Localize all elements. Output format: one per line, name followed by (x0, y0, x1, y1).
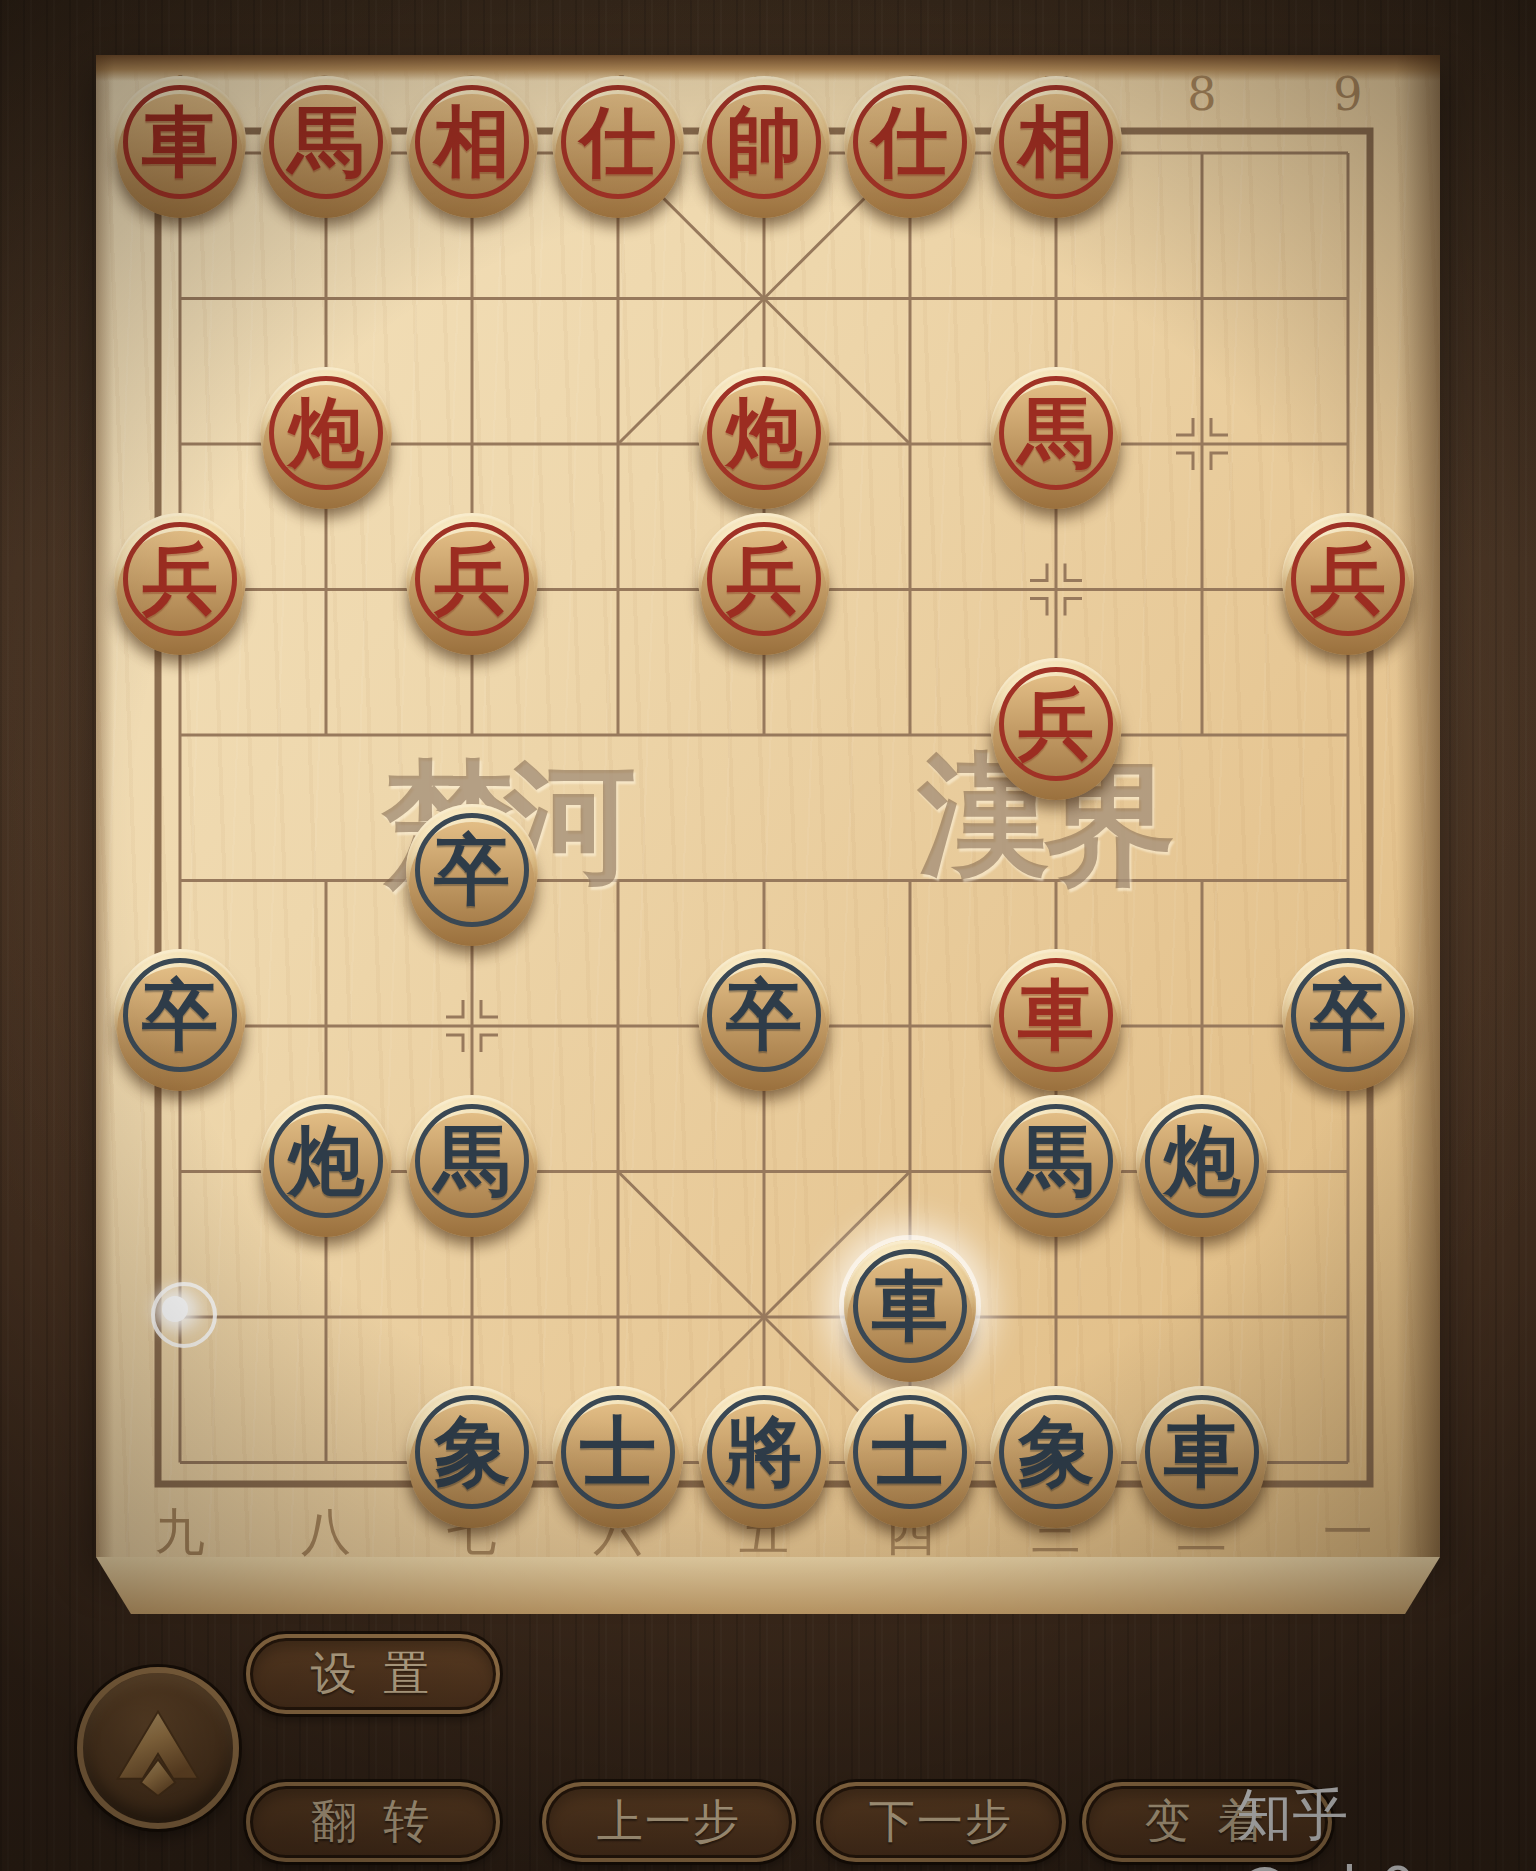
piece-character: 車 (1164, 1414, 1240, 1490)
piece-character: 炮 (726, 395, 802, 471)
black-馬-piece[interactable]: 馬 (406, 1095, 538, 1227)
piece-character: 仕 (872, 104, 948, 180)
black-象-piece[interactable]: 象 (990, 1386, 1122, 1518)
black-車-piece[interactable]: 車 (844, 1240, 976, 1372)
next-move-button-label: 下一步 (869, 1791, 1013, 1853)
next-move-button[interactable]: 下一步 (816, 1782, 1066, 1862)
piece-character: 仕 (580, 104, 656, 180)
black-士-piece[interactable]: 士 (844, 1386, 976, 1518)
piece-character: 炮 (288, 395, 364, 471)
black-象-piece[interactable]: 象 (406, 1386, 538, 1518)
red-兵-piece[interactable]: 兵 (406, 513, 538, 645)
red-兵-piece[interactable]: 兵 (1282, 513, 1414, 645)
black-車-piece[interactable]: 車 (1136, 1386, 1268, 1518)
piece-character: 將 (726, 1414, 802, 1490)
settings-button[interactable]: 设 置 (246, 1634, 500, 1714)
file-label-bottom: 九 (155, 1499, 205, 1566)
collapse-menu-button[interactable] (77, 1667, 239, 1829)
flip-board-button[interactable]: 翻 转 (246, 1782, 500, 1862)
piece-character: 馬 (434, 1123, 510, 1199)
red-帥-piece[interactable]: 帥 (698, 76, 830, 208)
piece-character: 兵 (1310, 541, 1386, 617)
file-label-bottom: 一 (1323, 1499, 1373, 1566)
red-兵-piece[interactable]: 兵 (698, 513, 830, 645)
red-仕-piece[interactable]: 仕 (844, 76, 976, 208)
red-兵-piece[interactable]: 兵 (990, 658, 1122, 790)
piece-character: 馬 (1018, 1123, 1094, 1199)
piece-character: 相 (1018, 104, 1094, 180)
piece-character: 帥 (726, 104, 802, 180)
red-車-piece[interactable]: 車 (990, 949, 1122, 1081)
previous-move-button-label: 上一步 (597, 1791, 741, 1853)
piece-character: 象 (1018, 1414, 1094, 1490)
black-卒-piece[interactable]: 卒 (114, 949, 246, 1081)
piece-character: 炮 (288, 1123, 364, 1199)
zhihu-watermark: 知乎 @zdr0 (1236, 1778, 1536, 1871)
red-仕-piece[interactable]: 仕 (552, 76, 684, 208)
settings-button-label: 设 置 (311, 1643, 436, 1705)
piece-character: 車 (142, 104, 218, 180)
piece-character: 卒 (142, 977, 218, 1053)
red-馬-piece[interactable]: 馬 (260, 76, 392, 208)
piece-character: 馬 (1018, 395, 1094, 471)
file-label-top: 9 (1333, 67, 1362, 121)
file-label-top: 8 (1187, 67, 1216, 121)
piece-character: 象 (434, 1414, 510, 1490)
red-相-piece[interactable]: 相 (406, 76, 538, 208)
piece-character: 炮 (1164, 1123, 1240, 1199)
piece-character: 馬 (288, 104, 364, 180)
black-將-piece[interactable]: 將 (698, 1386, 830, 1518)
piece-character: 卒 (1310, 977, 1386, 1053)
red-炮-piece[interactable]: 炮 (698, 367, 830, 499)
red-炮-piece[interactable]: 炮 (260, 367, 392, 499)
piece-character: 士 (872, 1414, 948, 1490)
piece-character: 兵 (434, 541, 510, 617)
piece-character: 兵 (1018, 686, 1094, 762)
red-馬-piece[interactable]: 馬 (990, 367, 1122, 499)
black-卒-piece[interactable]: 卒 (406, 804, 538, 936)
black-炮-piece[interactable]: 炮 (1136, 1095, 1268, 1227)
last-move-origin-dot (151, 1282, 217, 1348)
piece-character: 相 (434, 104, 510, 180)
xiangqi-app: 123456789九八七六五四三二一 楚河漢界 車馬相仕帥仕相炮炮馬兵兵兵兵兵車… (0, 0, 1536, 1871)
piece-character: 兵 (726, 541, 802, 617)
piece-character: 兵 (142, 541, 218, 617)
flip-board-button-label: 翻 转 (311, 1791, 436, 1853)
board-grid (0, 0, 1536, 1871)
black-卒-piece[interactable]: 卒 (698, 949, 830, 1081)
piece-character: 車 (872, 1268, 948, 1344)
piece-character: 車 (1018, 977, 1094, 1053)
piece-character: 卒 (434, 832, 510, 908)
black-炮-piece[interactable]: 炮 (260, 1095, 392, 1227)
previous-move-button[interactable]: 上一步 (542, 1782, 796, 1862)
red-相-piece[interactable]: 相 (990, 76, 1122, 208)
file-label-bottom: 八 (301, 1499, 351, 1566)
black-士-piece[interactable]: 士 (552, 1386, 684, 1518)
chevron-up-logo-icon (110, 1700, 206, 1796)
black-卒-piece[interactable]: 卒 (1282, 949, 1414, 1081)
red-車-piece[interactable]: 車 (114, 76, 246, 208)
piece-character: 士 (580, 1414, 656, 1490)
red-兵-piece[interactable]: 兵 (114, 513, 246, 645)
piece-character: 卒 (726, 977, 802, 1053)
black-馬-piece[interactable]: 馬 (990, 1095, 1122, 1227)
